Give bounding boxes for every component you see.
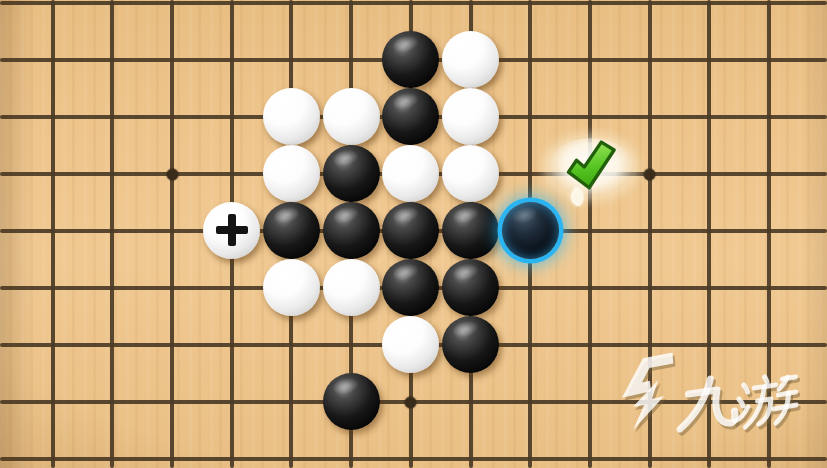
stone-gloss-highlight <box>331 90 361 112</box>
last-move-black-stone[interactable]: ● <box>502 202 559 259</box>
grid-line-vertical <box>110 0 114 468</box>
stone-gloss-highlight <box>390 204 420 226</box>
black-stone: ● <box>382 202 439 259</box>
stone-gloss-highlight <box>450 204 480 226</box>
stone-gloss-highlight <box>450 147 480 169</box>
stone-gloss-highlight <box>450 318 480 340</box>
stone-gloss-highlight <box>331 204 361 226</box>
white-stone: ○ <box>263 259 320 316</box>
plus-marker-bar <box>228 214 236 246</box>
stone-gloss-highlight <box>510 204 540 226</box>
grid-line-horizontal <box>0 1 827 5</box>
stone-gloss-highlight <box>390 261 420 283</box>
white-stone: ○ <box>442 145 499 202</box>
stone-gloss-highlight <box>271 261 301 283</box>
stone-gloss-highlight <box>331 147 361 169</box>
white-stone: ○ <box>263 88 320 145</box>
plus-move-marker: + <box>203 202 260 259</box>
black-stone: ● <box>263 202 320 259</box>
grid-line-vertical <box>51 0 55 468</box>
white-stone: ○ <box>442 88 499 145</box>
black-stone: ● <box>382 88 439 145</box>
stone-gloss-highlight <box>271 147 301 169</box>
grid-line-horizontal <box>0 457 827 461</box>
gomoku-board-surface[interactable]: ●○○○●○○●○○○+●●●●●○○●●○●● <box>0 0 827 468</box>
black-stone: ● <box>382 31 439 88</box>
black-stone: ● <box>323 202 380 259</box>
black-stone: ● <box>442 316 499 373</box>
black-stone: ● <box>382 259 439 316</box>
star-point <box>167 169 178 180</box>
stone-gloss-highlight <box>271 204 301 226</box>
black-stone: ● <box>442 259 499 316</box>
grid-line-vertical <box>648 0 652 468</box>
white-stone: ○ <box>442 31 499 88</box>
white-stone: ○ <box>382 316 439 373</box>
stone-gloss-highlight <box>331 375 361 397</box>
game-screen: ●○○○●○○●○○○+●●●●●○○●●○●● ✓ 九游 <box>0 0 827 468</box>
star-point <box>644 169 655 180</box>
black-stone: ● <box>442 202 499 259</box>
grid-line-vertical <box>588 0 592 468</box>
stone-gloss-highlight <box>450 33 480 55</box>
check-icon <box>562 138 620 194</box>
stone-gloss-highlight <box>390 90 420 112</box>
black-stone: ● <box>323 145 380 202</box>
white-stone: ○ <box>323 88 380 145</box>
stone-gloss-highlight <box>331 261 361 283</box>
stone-gloss-highlight <box>450 90 480 112</box>
stone-gloss-highlight <box>450 261 480 283</box>
grid-line-vertical <box>767 0 771 468</box>
white-stone: ○ <box>263 145 320 202</box>
grid-line-vertical <box>707 0 711 468</box>
white-stone: ○ <box>323 259 380 316</box>
confirm-move-button[interactable]: ✓ <box>548 138 634 196</box>
star-point <box>405 397 416 408</box>
stone-gloss-highlight <box>390 33 420 55</box>
white-stone: ○+ <box>203 202 260 259</box>
stone-gloss-highlight <box>390 318 420 340</box>
stone-gloss-highlight <box>390 147 420 169</box>
stone-gloss-highlight <box>271 90 301 112</box>
black-stone: ● <box>323 373 380 430</box>
grid-line-vertical <box>170 0 174 468</box>
white-stone: ○ <box>382 145 439 202</box>
